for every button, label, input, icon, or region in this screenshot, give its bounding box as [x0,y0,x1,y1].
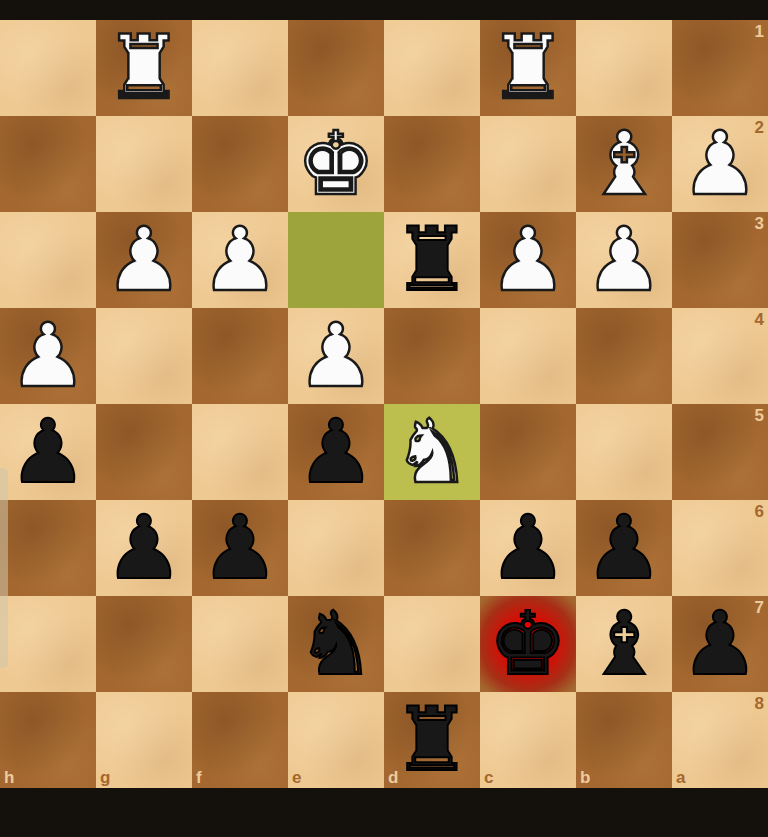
square-c1[interactable]: ♜ [480,20,576,116]
white-king-e2[interactable]: ♚ [288,116,384,212]
square-e5[interactable]: ♟ [288,404,384,500]
scrollbar-thumb[interactable] [0,468,8,668]
square-e4[interactable]: ♟ [288,308,384,404]
square-a1[interactable]: 1 [672,20,768,116]
square-b7[interactable]: ♝ [576,596,672,692]
square-h6[interactable] [0,500,96,596]
square-a7[interactable]: 7♟ [672,596,768,692]
square-h7[interactable] [0,596,96,692]
white-pawn-a2[interactable]: ♟ [672,116,768,212]
square-f1[interactable] [192,20,288,116]
black-knight-e7[interactable]: ♞ [288,596,384,692]
black-pawn-g6[interactable]: ♟ [96,500,192,596]
black-king-c7[interactable]: ♚ [480,596,576,692]
square-e6[interactable] [288,500,384,596]
square-g7[interactable] [96,596,192,692]
square-h5[interactable]: ♟ [0,404,96,500]
rank-label-1: 1 [755,23,764,40]
square-d1[interactable] [384,20,480,116]
square-e3[interactable] [288,212,384,308]
black-pawn-c6[interactable]: ♟ [480,500,576,596]
rank-label-5: 5 [755,407,764,424]
black-rook-d8[interactable]: ♜ [384,692,480,788]
square-e8[interactable]: e [288,692,384,788]
square-b5[interactable] [576,404,672,500]
square-f5[interactable] [192,404,288,500]
white-rook-c1[interactable]: ♜ [480,20,576,116]
square-a2[interactable]: 2♟ [672,116,768,212]
square-b4[interactable] [576,308,672,404]
square-h8[interactable]: h [0,692,96,788]
square-b1[interactable] [576,20,672,116]
square-g1[interactable]: ♜ [96,20,192,116]
square-h4[interactable]: ♟ [0,308,96,404]
square-h3[interactable] [0,212,96,308]
white-pawn-h4[interactable]: ♟ [0,308,96,404]
square-g8[interactable]: g [96,692,192,788]
square-g5[interactable] [96,404,192,500]
chess-board[interactable]: ♜♜1♚♝2♟♟♟♜♟♟3♟♟4♟♟♞5♟♟♟♟6♞♚♝7♟hgfed♜cba8 [0,20,768,788]
black-pawn-f6[interactable]: ♟ [192,500,288,596]
rank-label-8: 8 [755,695,764,712]
black-pawn-a7[interactable]: ♟ [672,596,768,692]
square-c8[interactable]: c [480,692,576,788]
square-g4[interactable] [96,308,192,404]
square-d7[interactable] [384,596,480,692]
square-a8[interactable]: a8 [672,692,768,788]
white-pawn-e4[interactable]: ♟ [288,308,384,404]
black-rook-d3[interactable]: ♜ [384,212,480,308]
white-bishop-b2[interactable]: ♝ [576,116,672,212]
square-d4[interactable] [384,308,480,404]
square-a5[interactable]: 5 [672,404,768,500]
square-h1[interactable] [0,20,96,116]
square-b6[interactable]: ♟ [576,500,672,596]
rank-label-3: 3 [755,215,764,232]
square-e2[interactable]: ♚ [288,116,384,212]
white-knight-d5[interactable]: ♞ [384,404,480,500]
white-pawn-g3[interactable]: ♟ [96,212,192,308]
square-f8[interactable]: f [192,692,288,788]
square-b2[interactable]: ♝ [576,116,672,212]
white-pawn-f3[interactable]: ♟ [192,212,288,308]
square-f4[interactable] [192,308,288,404]
square-c2[interactable] [480,116,576,212]
square-d6[interactable] [384,500,480,596]
square-e7[interactable]: ♞ [288,596,384,692]
square-g3[interactable]: ♟ [96,212,192,308]
square-a3[interactable]: 3 [672,212,768,308]
square-d3[interactable]: ♜ [384,212,480,308]
square-c6[interactable]: ♟ [480,500,576,596]
square-b8[interactable]: b [576,692,672,788]
square-a4[interactable]: 4 [672,308,768,404]
white-pawn-b3[interactable]: ♟ [576,212,672,308]
black-pawn-b6[interactable]: ♟ [576,500,672,596]
square-c7[interactable]: ♚ [480,596,576,692]
file-label-f: f [196,769,202,786]
white-rook-g1[interactable]: ♜ [96,20,192,116]
square-g6[interactable]: ♟ [96,500,192,596]
rank-label-4: 4 [755,311,764,328]
file-label-h: h [4,769,14,786]
file-label-g: g [100,769,110,786]
square-f7[interactable] [192,596,288,692]
square-d8[interactable]: d♜ [384,692,480,788]
square-f3[interactable]: ♟ [192,212,288,308]
rank-label-6: 6 [755,503,764,520]
file-label-b: b [580,769,590,786]
black-bishop-b7[interactable]: ♝ [576,596,672,692]
square-e1[interactable] [288,20,384,116]
square-g2[interactable] [96,116,192,212]
black-pawn-e5[interactable]: ♟ [288,404,384,500]
square-b3[interactable]: ♟ [576,212,672,308]
square-h2[interactable] [0,116,96,212]
square-a6[interactable]: 6 [672,500,768,596]
square-c5[interactable] [480,404,576,500]
black-pawn-h5[interactable]: ♟ [0,404,96,500]
white-pawn-c3[interactable]: ♟ [480,212,576,308]
square-f6[interactable]: ♟ [192,500,288,596]
square-d5[interactable]: ♞ [384,404,480,500]
file-label-a: a [676,769,685,786]
file-label-e: e [292,769,301,786]
square-d2[interactable] [384,116,480,212]
bottom-letterbox-bar [0,788,768,837]
file-label-c: c [484,769,493,786]
square-f2[interactable] [192,116,288,212]
square-c4[interactable] [480,308,576,404]
square-c3[interactable]: ♟ [480,212,576,308]
